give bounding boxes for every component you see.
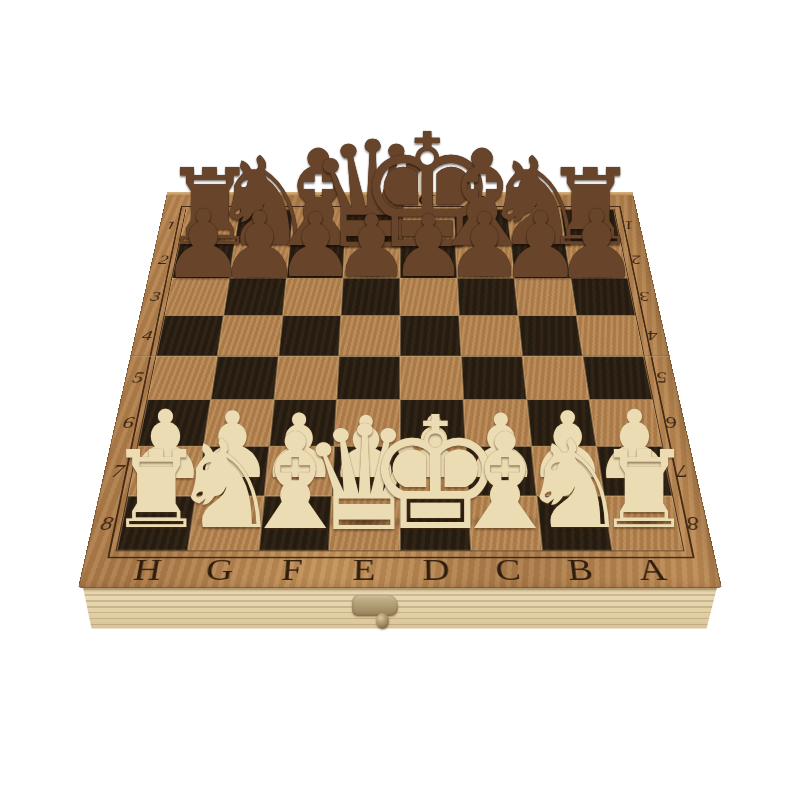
square-b1: [507, 209, 566, 242]
square-e6: [334, 399, 400, 446]
square-c1: [453, 209, 510, 242]
square-a3: [571, 278, 636, 316]
square-d4: [400, 316, 461, 356]
square-g2: [229, 243, 290, 278]
square-g8: [187, 496, 263, 550]
square-c8: [468, 496, 542, 550]
square-h6: [138, 399, 211, 446]
box-front-edge: [78, 588, 722, 634]
square-b6: [526, 399, 596, 446]
square-h8: [117, 496, 196, 550]
board-squares-grid: [116, 209, 685, 551]
square-d6: [400, 399, 466, 446]
square-h4: [156, 316, 223, 356]
square-d7: [400, 446, 468, 496]
square-g4: [217, 316, 282, 356]
square-a6: [589, 399, 662, 446]
square-c3: [457, 278, 518, 316]
square-e4: [339, 316, 400, 356]
square-g5: [211, 356, 279, 399]
square-c4: [459, 316, 522, 356]
square-e5: [337, 356, 400, 399]
file-labels-bottom: HGFEDCBA: [108, 551, 692, 588]
board-fold-seam: [130, 356, 670, 358]
square-d1: [400, 209, 455, 242]
square-f4: [278, 316, 341, 356]
square-g7: [196, 446, 269, 496]
square-b5: [522, 356, 590, 399]
square-a1: [560, 209, 620, 242]
square-g1: [235, 209, 294, 242]
square-d8: [400, 496, 471, 550]
file-bottom-label-B: B: [542, 551, 619, 588]
square-c6: [463, 399, 531, 446]
square-f7: [264, 446, 335, 496]
square-e3: [341, 278, 400, 316]
square-e7: [332, 446, 400, 496]
file-bottom-label-D: D: [400, 551, 473, 588]
product-photo-scene: HGFEDCBA 12345678 12345678 HGFEDCBA ♜♞♝♛…: [0, 0, 800, 800]
square-f1: [290, 209, 347, 242]
square-f6: [269, 399, 337, 446]
square-g6: [203, 399, 273, 446]
square-h3: [164, 278, 229, 316]
square-b8: [536, 496, 612, 550]
square-h2: [172, 243, 234, 278]
square-a8: [604, 496, 683, 550]
square-e1: [345, 209, 400, 242]
brass-clasp: [352, 595, 398, 616]
square-b3: [514, 278, 577, 316]
square-e2: [343, 243, 400, 278]
square-a4: [577, 316, 644, 356]
square-b7: [531, 446, 604, 496]
square-h1: [179, 209, 239, 242]
square-f2: [286, 243, 345, 278]
square-a2: [565, 243, 627, 278]
square-g3: [223, 278, 286, 316]
chess-board: HGFEDCBA 12345678 12345678 HGFEDCBA: [78, 192, 722, 588]
square-f5: [274, 356, 339, 399]
file-bottom-label-F: F: [254, 551, 329, 588]
square-e8: [329, 496, 400, 550]
square-h5: [147, 356, 217, 399]
square-d3: [400, 278, 459, 316]
square-c5: [461, 356, 526, 399]
square-h7: [128, 446, 204, 496]
square-b2: [510, 243, 571, 278]
square-c7: [466, 446, 537, 496]
square-d2: [400, 243, 457, 278]
brass-clasp-knob: [376, 613, 389, 629]
file-bottom-label-A: A: [613, 551, 692, 588]
square-f8: [258, 496, 332, 550]
file-bottom-label-G: G: [181, 551, 258, 588]
square-b4: [518, 316, 583, 356]
square-d5: [400, 356, 463, 399]
file-bottom-label-E: E: [327, 551, 400, 588]
file-bottom-label-C: C: [471, 551, 546, 588]
square-f3: [282, 278, 343, 316]
square-a7: [597, 446, 673, 496]
file-bottom-label-H: H: [108, 551, 187, 588]
square-c2: [455, 243, 514, 278]
square-a5: [583, 356, 653, 399]
